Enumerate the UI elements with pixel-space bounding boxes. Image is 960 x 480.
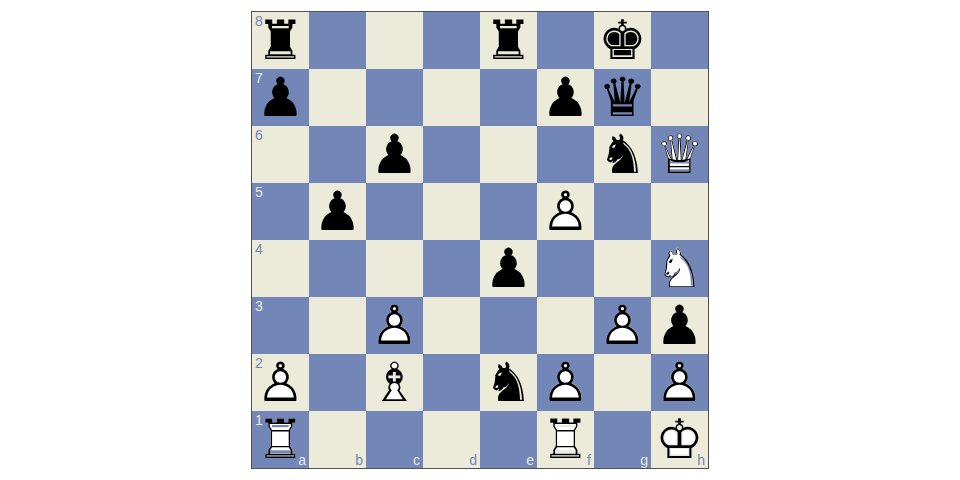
square-g2[interactable] bbox=[594, 354, 651, 411]
piece-white-rook-f1[interactable]: ♜♖ bbox=[537, 411, 594, 468]
black-pawn-icon: ♟ bbox=[366, 126, 423, 183]
square-g8[interactable]: ♚ bbox=[594, 12, 651, 69]
file-label-b: b bbox=[355, 453, 363, 467]
white-queen-outline-icon: ♕ bbox=[651, 126, 708, 183]
square-h4[interactable]: ♞♘ bbox=[651, 240, 708, 297]
piece-black-pawn-c6[interactable]: ♟ bbox=[366, 126, 423, 183]
square-a7[interactable]: 7♟ bbox=[252, 69, 309, 126]
square-b7[interactable] bbox=[309, 69, 366, 126]
black-knight-icon: ♞ bbox=[480, 354, 537, 411]
rank-label-1: 1 bbox=[255, 413, 263, 427]
piece-black-pawn-f7[interactable]: ♟ bbox=[537, 69, 594, 126]
file-label-d: d bbox=[469, 453, 477, 467]
square-g5[interactable] bbox=[594, 183, 651, 240]
square-c1[interactable]: c bbox=[366, 411, 423, 468]
square-e3[interactable] bbox=[480, 297, 537, 354]
white-rook-outline-icon: ♖ bbox=[537, 411, 594, 468]
square-h1[interactable]: h♚♔ bbox=[651, 411, 708, 468]
square-a4[interactable]: 4 bbox=[252, 240, 309, 297]
square-e2[interactable]: ♞ bbox=[480, 354, 537, 411]
black-rook-icon: ♜ bbox=[480, 12, 537, 69]
square-d4[interactable] bbox=[423, 240, 480, 297]
square-b6[interactable] bbox=[309, 126, 366, 183]
square-e8[interactable]: ♜ bbox=[480, 12, 537, 69]
piece-white-bishop-c2[interactable]: ♝♗ bbox=[366, 354, 423, 411]
rank-label-5: 5 bbox=[255, 185, 263, 199]
square-d1[interactable]: d bbox=[423, 411, 480, 468]
white-pawn-outline-icon: ♙ bbox=[537, 354, 594, 411]
piece-white-queen-h6[interactable]: ♛♕ bbox=[651, 126, 708, 183]
square-h3[interactable]: ♟ bbox=[651, 297, 708, 354]
square-a3[interactable]: 3 bbox=[252, 297, 309, 354]
file-label-a: a bbox=[298, 453, 306, 467]
square-e1[interactable]: e bbox=[480, 411, 537, 468]
file-label-h: h bbox=[697, 453, 705, 467]
square-b5[interactable]: ♟ bbox=[309, 183, 366, 240]
white-knight-outline-icon: ♘ bbox=[651, 240, 708, 297]
square-a2[interactable]: 2♟♙ bbox=[252, 354, 309, 411]
square-b3[interactable] bbox=[309, 297, 366, 354]
rank-label-6: 6 bbox=[255, 128, 263, 142]
piece-black-king-g8[interactable]: ♚ bbox=[594, 12, 651, 69]
square-f4[interactable] bbox=[537, 240, 594, 297]
square-f3[interactable] bbox=[537, 297, 594, 354]
square-h6[interactable]: ♛♕ bbox=[651, 126, 708, 183]
rank-label-3: 3 bbox=[255, 299, 263, 313]
square-d6[interactable] bbox=[423, 126, 480, 183]
square-f5[interactable]: ♟♙ bbox=[537, 183, 594, 240]
square-c5[interactable] bbox=[366, 183, 423, 240]
square-f1[interactable]: f♜♖ bbox=[537, 411, 594, 468]
square-c8[interactable] bbox=[366, 12, 423, 69]
square-d8[interactable] bbox=[423, 12, 480, 69]
black-king-icon: ♚ bbox=[594, 12, 651, 69]
piece-black-rook-e8[interactable]: ♜ bbox=[480, 12, 537, 69]
square-g3[interactable]: ♟♙ bbox=[594, 297, 651, 354]
piece-black-pawn-e4[interactable]: ♟ bbox=[480, 240, 537, 297]
piece-black-pawn-h3[interactable]: ♟ bbox=[651, 297, 708, 354]
square-c7[interactable] bbox=[366, 69, 423, 126]
square-f7[interactable]: ♟ bbox=[537, 69, 594, 126]
piece-black-knight-g6[interactable]: ♞ bbox=[594, 126, 651, 183]
square-c2[interactable]: ♝♗ bbox=[366, 354, 423, 411]
square-h7[interactable] bbox=[651, 69, 708, 126]
file-label-e: e bbox=[526, 453, 534, 467]
square-a6[interactable]: 6 bbox=[252, 126, 309, 183]
square-e6[interactable] bbox=[480, 126, 537, 183]
chess-board: 8♜♜♚7♟♟♛6♟♞♛♕5♟♟♙4♟♞♘3♟♙♟♙♟2♟♙♝♗♞♟♙♟♙1a♜… bbox=[251, 11, 709, 469]
white-pawn-outline-icon: ♙ bbox=[537, 183, 594, 240]
piece-white-knight-h4[interactable]: ♞♘ bbox=[651, 240, 708, 297]
square-f2[interactable]: ♟♙ bbox=[537, 354, 594, 411]
black-pawn-icon: ♟ bbox=[480, 240, 537, 297]
piece-white-pawn-h2[interactable]: ♟♙ bbox=[651, 354, 708, 411]
square-c3[interactable]: ♟♙ bbox=[366, 297, 423, 354]
square-f6[interactable] bbox=[537, 126, 594, 183]
rank-label-7: 7 bbox=[255, 71, 263, 85]
square-f8[interactable] bbox=[537, 12, 594, 69]
white-pawn-outline-icon: ♙ bbox=[651, 354, 708, 411]
square-h5[interactable] bbox=[651, 183, 708, 240]
square-e5[interactable] bbox=[480, 183, 537, 240]
square-c4[interactable] bbox=[366, 240, 423, 297]
piece-white-pawn-g3[interactable]: ♟♙ bbox=[594, 297, 651, 354]
square-h8[interactable] bbox=[651, 12, 708, 69]
square-d7[interactable] bbox=[423, 69, 480, 126]
file-label-f: f bbox=[587, 453, 591, 467]
black-queen-icon: ♛ bbox=[594, 69, 651, 126]
square-b1[interactable]: b bbox=[309, 411, 366, 468]
square-d2[interactable] bbox=[423, 354, 480, 411]
square-d3[interactable] bbox=[423, 297, 480, 354]
square-g6[interactable]: ♞ bbox=[594, 126, 651, 183]
piece-black-queen-g7[interactable]: ♛ bbox=[594, 69, 651, 126]
square-g7[interactable]: ♛ bbox=[594, 69, 651, 126]
black-pawn-icon: ♟ bbox=[537, 69, 594, 126]
square-b4[interactable] bbox=[309, 240, 366, 297]
square-d5[interactable] bbox=[423, 183, 480, 240]
rank-label-2: 2 bbox=[255, 356, 263, 370]
square-b8[interactable] bbox=[309, 12, 366, 69]
rank-label-8: 8 bbox=[255, 14, 263, 28]
white-pawn-outline-icon: ♙ bbox=[594, 297, 651, 354]
rank-label-4: 4 bbox=[255, 242, 263, 256]
square-e4[interactable]: ♟ bbox=[480, 240, 537, 297]
white-bishop-outline-icon: ♗ bbox=[366, 354, 423, 411]
square-e7[interactable] bbox=[480, 69, 537, 126]
black-knight-icon: ♞ bbox=[594, 126, 651, 183]
square-a1[interactable]: 1a♜♖ bbox=[252, 411, 309, 468]
square-g1[interactable]: g bbox=[594, 411, 651, 468]
piece-white-pawn-f5[interactable]: ♟♙ bbox=[537, 183, 594, 240]
black-pawn-icon: ♟ bbox=[651, 297, 708, 354]
square-a8[interactable]: 8♜ bbox=[252, 12, 309, 69]
piece-white-pawn-f2[interactable]: ♟♙ bbox=[537, 354, 594, 411]
piece-white-pawn-c3[interactable]: ♟♙ bbox=[366, 297, 423, 354]
page: 8♜♜♚7♟♟♛6♟♞♛♕5♟♟♙4♟♞♘3♟♙♟♙♟2♟♙♝♗♞♟♙♟♙1a♜… bbox=[0, 11, 960, 480]
file-label-g: g bbox=[640, 453, 648, 467]
piece-black-knight-e2[interactable]: ♞ bbox=[480, 354, 537, 411]
black-pawn-icon: ♟ bbox=[309, 183, 366, 240]
square-g4[interactable] bbox=[594, 240, 651, 297]
square-h2[interactable]: ♟♙ bbox=[651, 354, 708, 411]
white-pawn-outline-icon: ♙ bbox=[366, 297, 423, 354]
file-label-c: c bbox=[413, 453, 420, 467]
square-a5[interactable]: 5 bbox=[252, 183, 309, 240]
square-c6[interactable]: ♟ bbox=[366, 126, 423, 183]
piece-black-pawn-b5[interactable]: ♟ bbox=[309, 183, 366, 240]
square-b2[interactable] bbox=[309, 354, 366, 411]
